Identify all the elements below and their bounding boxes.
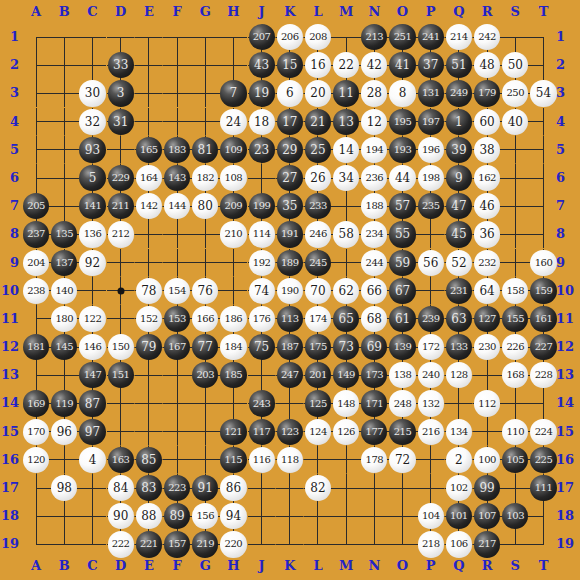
intersection-s3[interactable]: 250 xyxy=(501,79,529,107)
intersection-q14[interactable] xyxy=(445,389,473,417)
intersection-n9[interactable]: 244 xyxy=(360,249,388,277)
intersection-j19[interactable] xyxy=(248,530,276,558)
intersection-q6[interactable]: 9 xyxy=(445,164,473,192)
intersection-h5[interactable]: 109 xyxy=(219,136,247,164)
intersection-j18[interactable] xyxy=(248,502,276,530)
intersection-o12[interactable]: 139 xyxy=(388,333,416,361)
intersection-p13[interactable]: 240 xyxy=(417,361,445,389)
intersection-l13[interactable]: 201 xyxy=(304,361,332,389)
intersection-j13[interactable] xyxy=(248,361,276,389)
intersection-f13[interactable] xyxy=(163,361,191,389)
intersection-g3[interactable] xyxy=(191,79,219,107)
intersection-h16[interactable]: 115 xyxy=(219,446,247,474)
intersection-r12[interactable]: 230 xyxy=(473,333,501,361)
intersection-h13[interactable]: 185 xyxy=(219,361,247,389)
intersection-o5[interactable]: 193 xyxy=(388,136,416,164)
intersection-j4[interactable]: 18 xyxy=(248,108,276,136)
intersection-h6[interactable]: 108 xyxy=(219,164,247,192)
intersection-k12[interactable]: 187 xyxy=(276,333,304,361)
intersection-a1[interactable] xyxy=(22,23,50,51)
intersection-j11[interactable]: 176 xyxy=(248,305,276,333)
intersection-t19[interactable] xyxy=(529,530,557,558)
intersection-e2[interactable] xyxy=(135,51,163,79)
intersection-p15[interactable]: 216 xyxy=(417,418,445,446)
intersection-e11[interactable]: 152 xyxy=(135,305,163,333)
intersection-r17[interactable]: 99 xyxy=(473,474,501,502)
intersection-d11[interactable] xyxy=(107,305,135,333)
intersection-h7[interactable]: 209 xyxy=(219,192,247,220)
intersection-j8[interactable]: 114 xyxy=(248,220,276,248)
intersection-q7[interactable]: 47 xyxy=(445,192,473,220)
intersection-s13[interactable]: 168 xyxy=(501,361,529,389)
intersection-k7[interactable]: 35 xyxy=(276,192,304,220)
intersection-s5[interactable] xyxy=(501,136,529,164)
intersection-s6[interactable] xyxy=(501,164,529,192)
intersection-p19[interactable]: 218 xyxy=(417,530,445,558)
intersection-p9[interactable]: 56 xyxy=(417,249,445,277)
intersection-n7[interactable]: 188 xyxy=(360,192,388,220)
intersection-d16[interactable]: 163 xyxy=(107,446,135,474)
intersection-n10[interactable]: 66 xyxy=(360,277,388,305)
intersection-t18[interactable] xyxy=(529,502,557,530)
intersection-m7[interactable] xyxy=(332,192,360,220)
intersection-a2[interactable] xyxy=(22,51,50,79)
intersection-h11[interactable]: 186 xyxy=(219,305,247,333)
intersection-h10[interactable] xyxy=(219,277,247,305)
intersection-l10[interactable]: 70 xyxy=(304,277,332,305)
intersection-p3[interactable]: 131 xyxy=(417,79,445,107)
intersection-g8[interactable] xyxy=(191,220,219,248)
intersection-o9[interactable]: 59 xyxy=(388,249,416,277)
intersection-f2[interactable] xyxy=(163,51,191,79)
intersection-e10[interactable]: 78 xyxy=(135,277,163,305)
intersection-s1[interactable] xyxy=(501,23,529,51)
intersection-j9[interactable]: 192 xyxy=(248,249,276,277)
intersection-e8[interactable] xyxy=(135,220,163,248)
intersection-l5[interactable]: 25 xyxy=(304,136,332,164)
intersection-q5[interactable]: 39 xyxy=(445,136,473,164)
intersection-d10[interactable] xyxy=(107,277,135,305)
intersection-k19[interactable] xyxy=(276,530,304,558)
intersection-l7[interactable]: 233 xyxy=(304,192,332,220)
intersection-l12[interactable]: 175 xyxy=(304,333,332,361)
intersection-h4[interactable]: 24 xyxy=(219,108,247,136)
intersection-s4[interactable]: 40 xyxy=(501,108,529,136)
intersection-b19[interactable] xyxy=(50,530,78,558)
intersection-n2[interactable]: 42 xyxy=(360,51,388,79)
intersection-a5[interactable] xyxy=(22,136,50,164)
intersection-s16[interactable]: 105 xyxy=(501,446,529,474)
intersection-m18[interactable] xyxy=(332,502,360,530)
intersection-c10[interactable] xyxy=(78,277,106,305)
intersection-r2[interactable]: 48 xyxy=(473,51,501,79)
intersection-c9[interactable]: 92 xyxy=(78,249,106,277)
intersection-d13[interactable]: 151 xyxy=(107,361,135,389)
intersection-c11[interactable]: 122 xyxy=(78,305,106,333)
intersection-l15[interactable]: 124 xyxy=(304,418,332,446)
intersection-r4[interactable]: 60 xyxy=(473,108,501,136)
intersection-l17[interactable]: 82 xyxy=(304,474,332,502)
intersection-s19[interactable] xyxy=(501,530,529,558)
intersection-b4[interactable] xyxy=(50,108,78,136)
intersection-b13[interactable] xyxy=(50,361,78,389)
intersection-d9[interactable] xyxy=(107,249,135,277)
intersection-c2[interactable] xyxy=(78,51,106,79)
intersection-f10[interactable]: 154 xyxy=(163,277,191,305)
intersection-k3[interactable]: 6 xyxy=(276,79,304,107)
intersection-f19[interactable]: 157 xyxy=(163,530,191,558)
intersection-r18[interactable]: 107 xyxy=(473,502,501,530)
intersection-l11[interactable]: 174 xyxy=(304,305,332,333)
intersection-g4[interactable] xyxy=(191,108,219,136)
intersection-q18[interactable]: 101 xyxy=(445,502,473,530)
intersection-d8[interactable]: 212 xyxy=(107,220,135,248)
intersection-d5[interactable] xyxy=(107,136,135,164)
intersection-e7[interactable]: 142 xyxy=(135,192,163,220)
intersection-e19[interactable]: 221 xyxy=(135,530,163,558)
intersection-t9[interactable]: 160 xyxy=(529,249,557,277)
intersection-e13[interactable] xyxy=(135,361,163,389)
intersection-c15[interactable]: 97 xyxy=(78,418,106,446)
intersection-r14[interactable]: 112 xyxy=(473,389,501,417)
intersection-r15[interactable] xyxy=(473,418,501,446)
intersection-o6[interactable]: 44 xyxy=(388,164,416,192)
intersection-q16[interactable]: 2 xyxy=(445,446,473,474)
intersection-q15[interactable]: 134 xyxy=(445,418,473,446)
intersection-n11[interactable]: 68 xyxy=(360,305,388,333)
intersection-d1[interactable] xyxy=(107,23,135,51)
intersection-f12[interactable]: 167 xyxy=(163,333,191,361)
intersection-p1[interactable]: 241 xyxy=(417,23,445,51)
intersection-k15[interactable]: 123 xyxy=(276,418,304,446)
intersection-k9[interactable]: 189 xyxy=(276,249,304,277)
intersection-l6[interactable]: 26 xyxy=(304,164,332,192)
intersection-j3[interactable]: 19 xyxy=(248,79,276,107)
intersection-n8[interactable]: 234 xyxy=(360,220,388,248)
intersection-d12[interactable]: 150 xyxy=(107,333,135,361)
intersection-l8[interactable]: 246 xyxy=(304,220,332,248)
intersection-o13[interactable]: 138 xyxy=(388,361,416,389)
intersection-b7[interactable] xyxy=(50,192,78,220)
intersection-f5[interactable]: 183 xyxy=(163,136,191,164)
intersection-k4[interactable]: 17 xyxy=(276,108,304,136)
intersection-r11[interactable]: 127 xyxy=(473,305,501,333)
intersection-a18[interactable] xyxy=(22,502,50,530)
intersection-l14[interactable]: 125 xyxy=(304,389,332,417)
intersection-b3[interactable] xyxy=(50,79,78,107)
intersection-k18[interactable] xyxy=(276,502,304,530)
intersection-s8[interactable] xyxy=(501,220,529,248)
intersection-k2[interactable]: 15 xyxy=(276,51,304,79)
intersection-f9[interactable] xyxy=(163,249,191,277)
intersection-a6[interactable] xyxy=(22,164,50,192)
intersection-a19[interactable] xyxy=(22,530,50,558)
intersection-m1[interactable] xyxy=(332,23,360,51)
intersection-m3[interactable]: 11 xyxy=(332,79,360,107)
intersection-r5[interactable]: 38 xyxy=(473,136,501,164)
intersection-m5[interactable]: 14 xyxy=(332,136,360,164)
intersection-b5[interactable] xyxy=(50,136,78,164)
intersection-s9[interactable] xyxy=(501,249,529,277)
intersection-n12[interactable]: 69 xyxy=(360,333,388,361)
intersection-p18[interactable]: 104 xyxy=(417,502,445,530)
intersection-o18[interactable] xyxy=(388,502,416,530)
intersection-c4[interactable]: 32 xyxy=(78,108,106,136)
intersection-h14[interactable] xyxy=(219,389,247,417)
intersection-j16[interactable]: 116 xyxy=(248,446,276,474)
intersection-c14[interactable]: 87 xyxy=(78,389,106,417)
intersection-b9[interactable]: 137 xyxy=(50,249,78,277)
intersection-l19[interactable] xyxy=(304,530,332,558)
intersection-e3[interactable] xyxy=(135,79,163,107)
intersection-n5[interactable]: 194 xyxy=(360,136,388,164)
intersection-a4[interactable] xyxy=(22,108,50,136)
intersection-k16[interactable]: 118 xyxy=(276,446,304,474)
intersection-a8[interactable]: 237 xyxy=(22,220,50,248)
intersection-s12[interactable]: 226 xyxy=(501,333,529,361)
intersection-c18[interactable] xyxy=(78,502,106,530)
intersection-k10[interactable]: 190 xyxy=(276,277,304,305)
intersection-n6[interactable]: 236 xyxy=(360,164,388,192)
intersection-b18[interactable] xyxy=(50,502,78,530)
intersection-j7[interactable]: 199 xyxy=(248,192,276,220)
intersection-b6[interactable] xyxy=(50,164,78,192)
intersection-h8[interactable]: 210 xyxy=(219,220,247,248)
intersection-q11[interactable]: 63 xyxy=(445,305,473,333)
intersection-e9[interactable] xyxy=(135,249,163,277)
intersection-l3[interactable]: 20 xyxy=(304,79,332,107)
intersection-d7[interactable]: 211 xyxy=(107,192,135,220)
intersection-b16[interactable] xyxy=(50,446,78,474)
intersection-g17[interactable]: 91 xyxy=(191,474,219,502)
intersection-e1[interactable] xyxy=(135,23,163,51)
intersection-f3[interactable] xyxy=(163,79,191,107)
intersection-h2[interactable] xyxy=(219,51,247,79)
intersection-d14[interactable] xyxy=(107,389,135,417)
intersection-n14[interactable]: 171 xyxy=(360,389,388,417)
intersection-e4[interactable] xyxy=(135,108,163,136)
intersection-d18[interactable]: 90 xyxy=(107,502,135,530)
intersection-n4[interactable]: 12 xyxy=(360,108,388,136)
intersection-p2[interactable]: 37 xyxy=(417,51,445,79)
intersection-e17[interactable]: 83 xyxy=(135,474,163,502)
intersection-o4[interactable]: 195 xyxy=(388,108,416,136)
intersection-g14[interactable] xyxy=(191,389,219,417)
intersection-q12[interactable]: 133 xyxy=(445,333,473,361)
intersection-s17[interactable] xyxy=(501,474,529,502)
intersection-p11[interactable]: 239 xyxy=(417,305,445,333)
intersection-j1[interactable]: 207 xyxy=(248,23,276,51)
intersection-e5[interactable]: 165 xyxy=(135,136,163,164)
intersection-j17[interactable] xyxy=(248,474,276,502)
intersection-m16[interactable] xyxy=(332,446,360,474)
intersection-g15[interactable] xyxy=(191,418,219,446)
intersection-q17[interactable]: 102 xyxy=(445,474,473,502)
intersection-o1[interactable]: 251 xyxy=(388,23,416,51)
intersection-q9[interactable]: 52 xyxy=(445,249,473,277)
intersection-k11[interactable]: 113 xyxy=(276,305,304,333)
intersection-t6[interactable] xyxy=(529,164,557,192)
intersection-l9[interactable]: 245 xyxy=(304,249,332,277)
intersection-a14[interactable]: 169 xyxy=(22,389,50,417)
intersection-j10[interactable]: 74 xyxy=(248,277,276,305)
intersection-h17[interactable]: 86 xyxy=(219,474,247,502)
intersection-l4[interactable]: 21 xyxy=(304,108,332,136)
intersection-f7[interactable]: 144 xyxy=(163,192,191,220)
intersection-g12[interactable]: 77 xyxy=(191,333,219,361)
go-board[interactable]: 2072062082132512412142423343151622424137… xyxy=(22,23,558,559)
intersection-d2[interactable]: 33 xyxy=(107,51,135,79)
intersection-g16[interactable] xyxy=(191,446,219,474)
intersection-k14[interactable] xyxy=(276,389,304,417)
intersection-b14[interactable]: 119 xyxy=(50,389,78,417)
intersection-o2[interactable]: 41 xyxy=(388,51,416,79)
intersection-s10[interactable]: 158 xyxy=(501,277,529,305)
intersection-b11[interactable]: 180 xyxy=(50,305,78,333)
intersection-a17[interactable] xyxy=(22,474,50,502)
intersection-r13[interactable] xyxy=(473,361,501,389)
intersection-e18[interactable]: 88 xyxy=(135,502,163,530)
intersection-a11[interactable] xyxy=(22,305,50,333)
intersection-a7[interactable]: 205 xyxy=(22,192,50,220)
intersection-o17[interactable] xyxy=(388,474,416,502)
intersection-m9[interactable] xyxy=(332,249,360,277)
intersection-a3[interactable] xyxy=(22,79,50,107)
intersection-m14[interactable]: 148 xyxy=(332,389,360,417)
intersection-m17[interactable] xyxy=(332,474,360,502)
intersection-m12[interactable]: 73 xyxy=(332,333,360,361)
intersection-r3[interactable]: 179 xyxy=(473,79,501,107)
intersection-f8[interactable] xyxy=(163,220,191,248)
intersection-b12[interactable]: 145 xyxy=(50,333,78,361)
intersection-p16[interactable] xyxy=(417,446,445,474)
intersection-q10[interactable]: 231 xyxy=(445,277,473,305)
intersection-l16[interactable] xyxy=(304,446,332,474)
intersection-o7[interactable]: 57 xyxy=(388,192,416,220)
intersection-o14[interactable]: 248 xyxy=(388,389,416,417)
intersection-a15[interactable]: 170 xyxy=(22,418,50,446)
intersection-d6[interactable]: 229 xyxy=(107,164,135,192)
intersection-m11[interactable]: 65 xyxy=(332,305,360,333)
intersection-k8[interactable]: 191 xyxy=(276,220,304,248)
intersection-t4[interactable] xyxy=(529,108,557,136)
intersection-n13[interactable]: 173 xyxy=(360,361,388,389)
intersection-g5[interactable]: 81 xyxy=(191,136,219,164)
intersection-h12[interactable]: 184 xyxy=(219,333,247,361)
intersection-t16[interactable]: 225 xyxy=(529,446,557,474)
intersection-t3[interactable]: 54 xyxy=(529,79,557,107)
intersection-q8[interactable]: 45 xyxy=(445,220,473,248)
intersection-j2[interactable]: 43 xyxy=(248,51,276,79)
intersection-c6[interactable]: 5 xyxy=(78,164,106,192)
intersection-q1[interactable]: 214 xyxy=(445,23,473,51)
intersection-p7[interactable]: 235 xyxy=(417,192,445,220)
intersection-n1[interactable]: 213 xyxy=(360,23,388,51)
intersection-o10[interactable]: 67 xyxy=(388,277,416,305)
intersection-h1[interactable] xyxy=(219,23,247,51)
intersection-k1[interactable]: 206 xyxy=(276,23,304,51)
intersection-r8[interactable]: 36 xyxy=(473,220,501,248)
intersection-c17[interactable] xyxy=(78,474,106,502)
intersection-a12[interactable]: 181 xyxy=(22,333,50,361)
intersection-k17[interactable] xyxy=(276,474,304,502)
intersection-t13[interactable]: 228 xyxy=(529,361,557,389)
intersection-f16[interactable] xyxy=(163,446,191,474)
intersection-r9[interactable]: 232 xyxy=(473,249,501,277)
intersection-r19[interactable]: 217 xyxy=(473,530,501,558)
intersection-j14[interactable]: 243 xyxy=(248,389,276,417)
intersection-r16[interactable]: 100 xyxy=(473,446,501,474)
intersection-t12[interactable]: 227 xyxy=(529,333,557,361)
intersection-q4[interactable]: 1 xyxy=(445,108,473,136)
intersection-o15[interactable]: 215 xyxy=(388,418,416,446)
intersection-t10[interactable]: 159 xyxy=(529,277,557,305)
intersection-s11[interactable]: 155 xyxy=(501,305,529,333)
intersection-m6[interactable]: 34 xyxy=(332,164,360,192)
intersection-o11[interactable]: 61 xyxy=(388,305,416,333)
intersection-d19[interactable]: 222 xyxy=(107,530,135,558)
intersection-c12[interactable]: 146 xyxy=(78,333,106,361)
intersection-m8[interactable]: 58 xyxy=(332,220,360,248)
intersection-q2[interactable]: 51 xyxy=(445,51,473,79)
intersection-o19[interactable] xyxy=(388,530,416,558)
intersection-l18[interactable] xyxy=(304,502,332,530)
intersection-k5[interactable]: 29 xyxy=(276,136,304,164)
intersection-h9[interactable] xyxy=(219,249,247,277)
intersection-c16[interactable]: 4 xyxy=(78,446,106,474)
intersection-n19[interactable] xyxy=(360,530,388,558)
intersection-r10[interactable]: 64 xyxy=(473,277,501,305)
intersection-n3[interactable]: 28 xyxy=(360,79,388,107)
intersection-r1[interactable]: 242 xyxy=(473,23,501,51)
intersection-g9[interactable] xyxy=(191,249,219,277)
intersection-s15[interactable]: 110 xyxy=(501,418,529,446)
intersection-s14[interactable] xyxy=(501,389,529,417)
intersection-t5[interactable] xyxy=(529,136,557,164)
intersection-b1[interactable] xyxy=(50,23,78,51)
intersection-t8[interactable] xyxy=(529,220,557,248)
intersection-m15[interactable]: 126 xyxy=(332,418,360,446)
intersection-e12[interactable]: 79 xyxy=(135,333,163,361)
intersection-p14[interactable]: 132 xyxy=(417,389,445,417)
intersection-c19[interactable] xyxy=(78,530,106,558)
intersection-b17[interactable]: 98 xyxy=(50,474,78,502)
intersection-h15[interactable]: 121 xyxy=(219,418,247,446)
intersection-q3[interactable]: 249 xyxy=(445,79,473,107)
intersection-p17[interactable] xyxy=(417,474,445,502)
intersection-g7[interactable]: 80 xyxy=(191,192,219,220)
intersection-a13[interactable] xyxy=(22,361,50,389)
intersection-e6[interactable]: 164 xyxy=(135,164,163,192)
intersection-h19[interactable]: 220 xyxy=(219,530,247,558)
intersection-a10[interactable]: 238 xyxy=(22,277,50,305)
intersection-f17[interactable]: 223 xyxy=(163,474,191,502)
intersection-r6[interactable]: 162 xyxy=(473,164,501,192)
intersection-l1[interactable]: 208 xyxy=(304,23,332,51)
intersection-n15[interactable]: 177 xyxy=(360,418,388,446)
intersection-f1[interactable] xyxy=(163,23,191,51)
intersection-b15[interactable]: 96 xyxy=(50,418,78,446)
intersection-g10[interactable]: 76 xyxy=(191,277,219,305)
intersection-c3[interactable]: 30 xyxy=(78,79,106,107)
intersection-n18[interactable] xyxy=(360,502,388,530)
intersection-g2[interactable] xyxy=(191,51,219,79)
intersection-g1[interactable] xyxy=(191,23,219,51)
intersection-f15[interactable] xyxy=(163,418,191,446)
intersection-e16[interactable]: 85 xyxy=(135,446,163,474)
intersection-s18[interactable]: 103 xyxy=(501,502,529,530)
intersection-b8[interactable]: 135 xyxy=(50,220,78,248)
